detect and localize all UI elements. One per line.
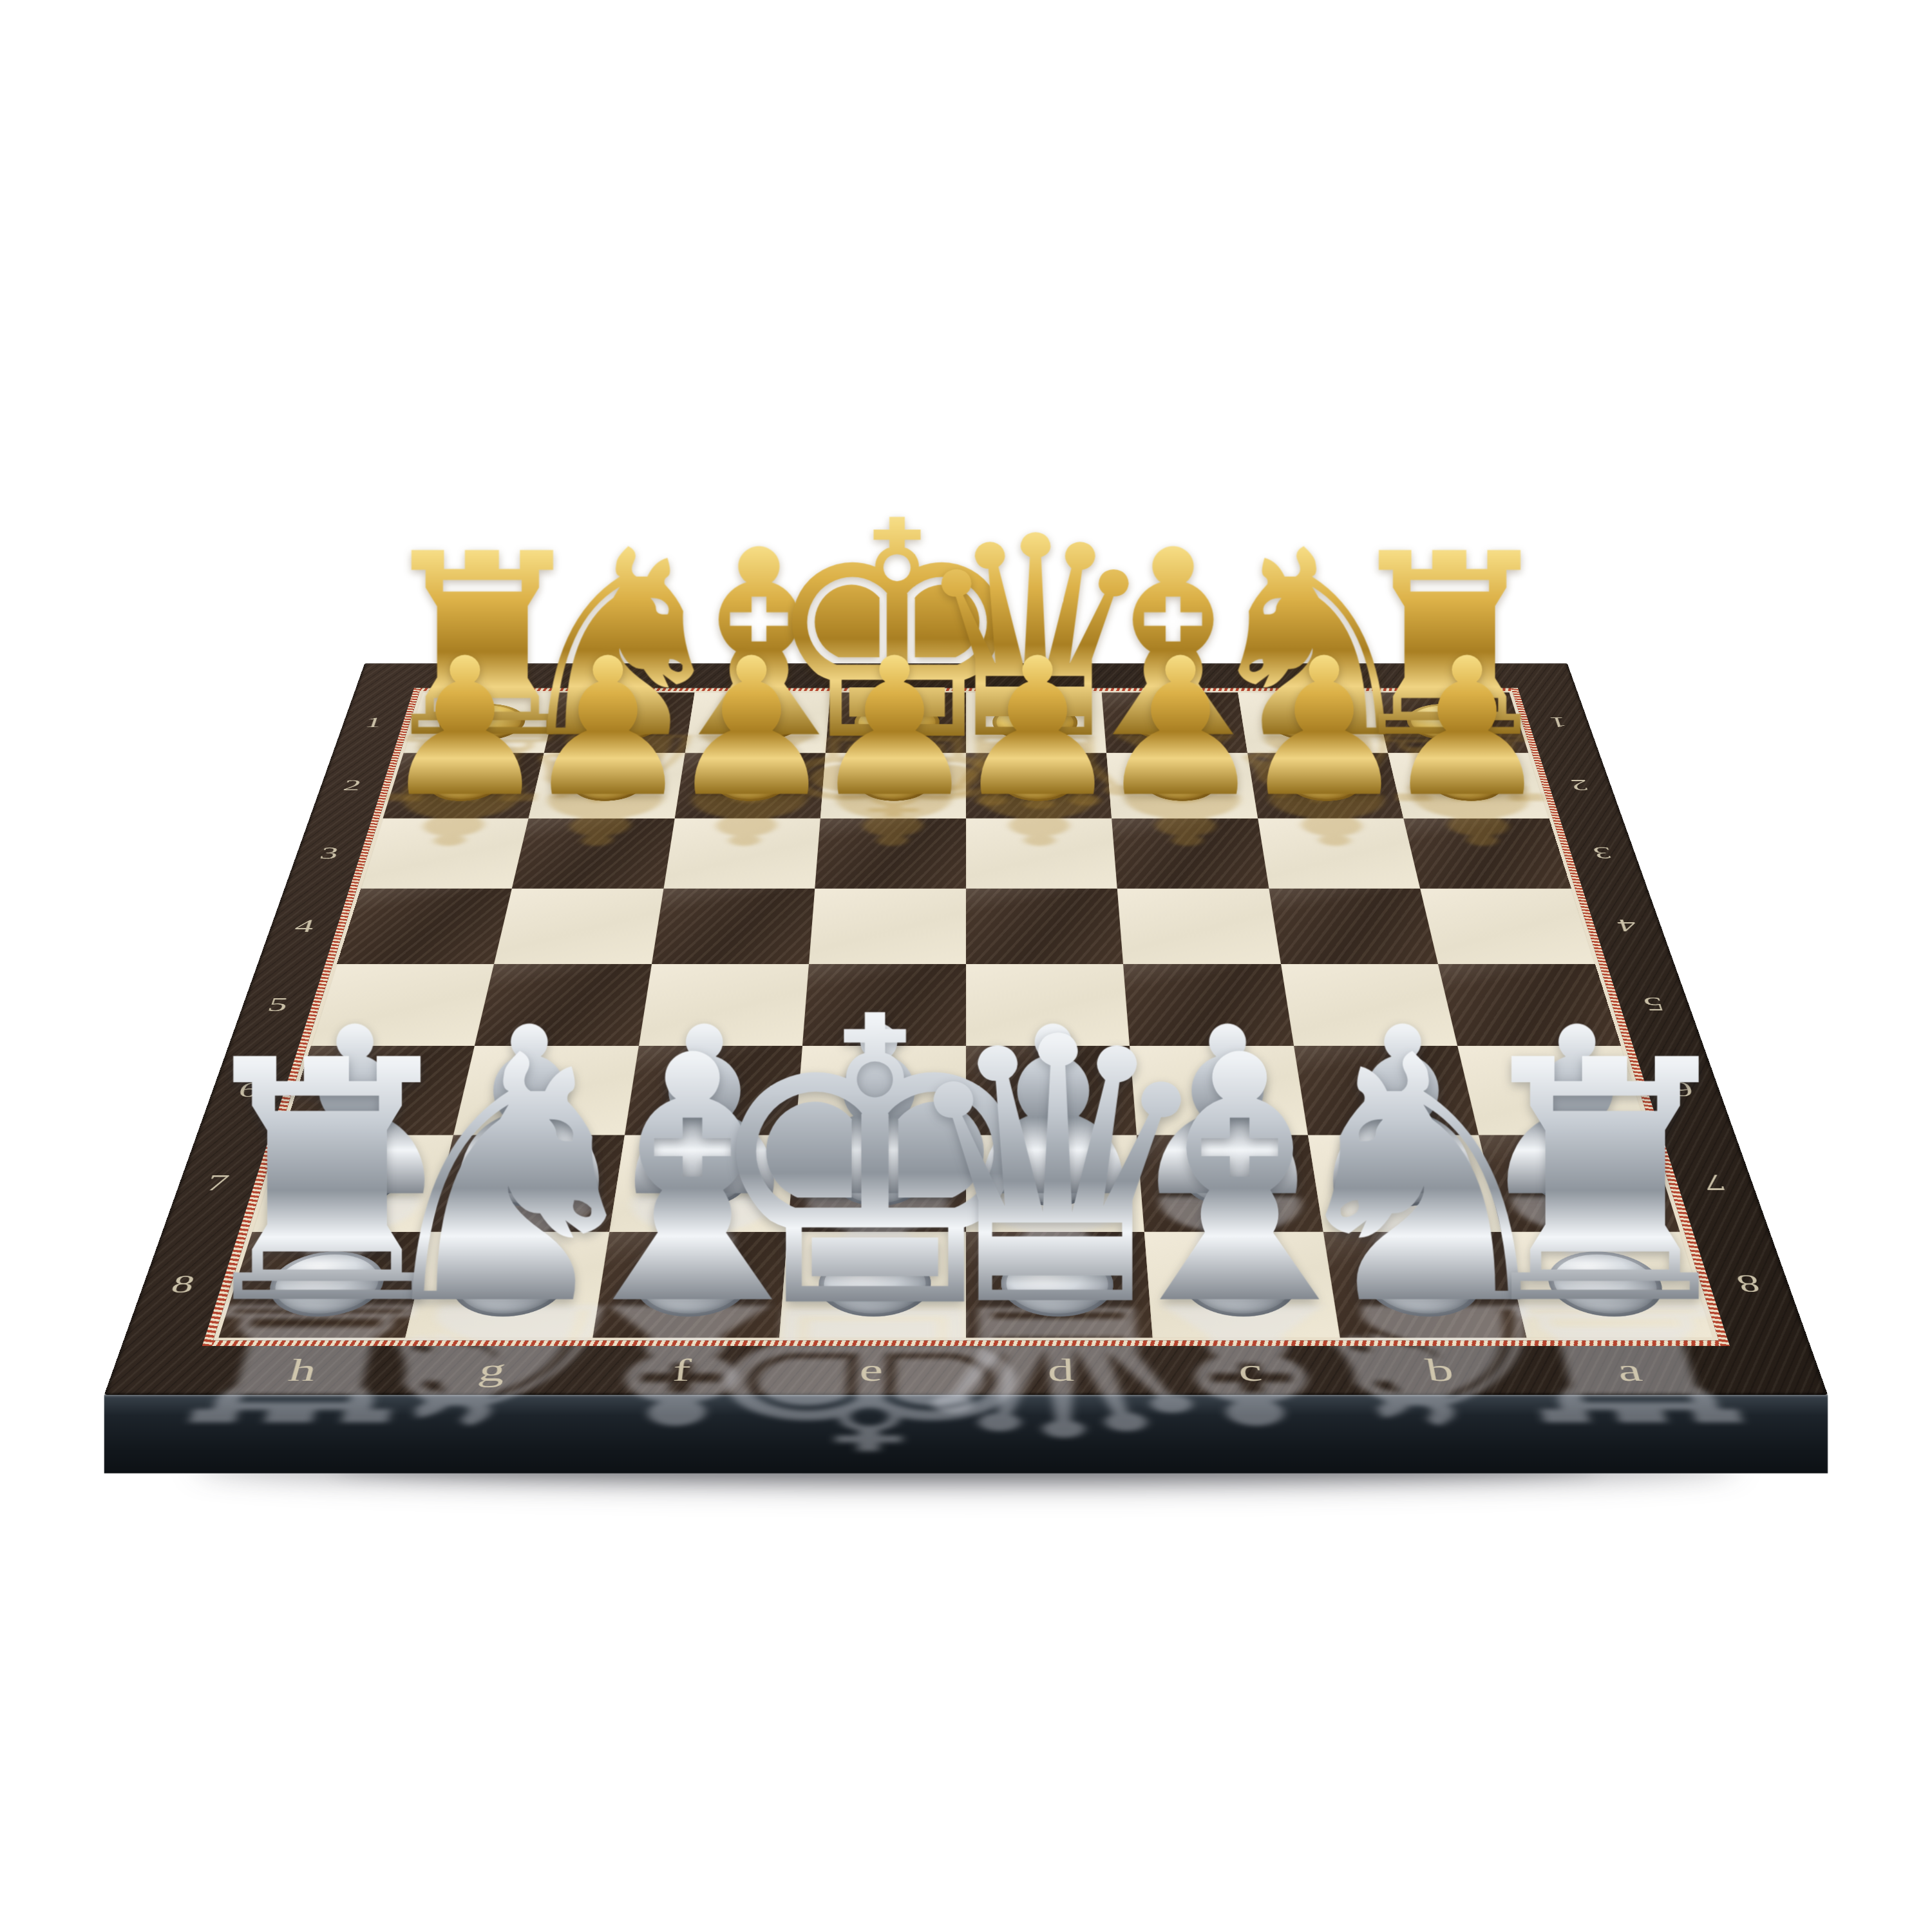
file-label-near-f: f xyxy=(671,1352,693,1388)
square-g2: ♟ xyxy=(529,753,685,818)
product-photo-stage: ♜♞♝♚♛♝♞♜♟♟♟♟♟♟♟♟♟♟♟♟♟♟♟♟♜♞♝♚♛♝♞♜ ♜♞♝♚♛♝♞… xyxy=(0,0,1932,1932)
square-c3 xyxy=(1112,819,1269,889)
square-g3 xyxy=(512,819,674,889)
file-label-near-a: a xyxy=(1612,1352,1645,1388)
square-g4 xyxy=(494,889,663,964)
file-label-near-b: b xyxy=(1423,1352,1456,1388)
file-label-near-c: c xyxy=(1236,1352,1264,1388)
square-a2: ♟ xyxy=(1388,753,1549,818)
square-d2: ♟ xyxy=(966,753,1112,818)
rank-label-right-2: 2 xyxy=(1568,776,1591,794)
board-grid: ♜♞♝♚♛♝♞♜♟♟♟♟♟♟♟♟♟♟♟♟♟♟♟♟♜♞♝♚♛♝♞♜ xyxy=(218,692,1713,1338)
border-ribbon-near xyxy=(202,1341,1730,1347)
rank-label-right-4: 4 xyxy=(1615,915,1640,936)
rank-label-left-3: 3 xyxy=(317,843,341,862)
square-b3 xyxy=(1258,819,1420,889)
square-f2: ♟ xyxy=(674,753,825,818)
pawn-glyph: ♟ xyxy=(1381,633,1552,824)
square-a8: ♜ xyxy=(1501,1232,1713,1338)
rank-label-left-4: 4 xyxy=(292,915,317,936)
square-a4 xyxy=(1420,889,1595,964)
board-front-edge xyxy=(104,1395,1828,1473)
square-b2: ♟ xyxy=(1247,753,1403,818)
square-c4 xyxy=(1117,889,1281,964)
square-f3 xyxy=(663,819,820,889)
rank-label-right-3: 3 xyxy=(1591,843,1615,862)
square-e2: ♟ xyxy=(820,753,966,818)
chessboard-scene: ♜♞♝♚♛♝♞♜♟♟♟♟♟♟♟♟♟♟♟♟♟♟♟♟♜♞♝♚♛♝♞♜ ♜♞♝♚♛♝♞… xyxy=(258,256,1674,1672)
file-label-near-g: g xyxy=(475,1352,509,1388)
square-c2: ♟ xyxy=(1106,753,1257,818)
file-label-near-e: e xyxy=(858,1352,884,1388)
chess-board: ♜♞♝♚♛♝♞♜♟♟♟♟♟♟♟♟♟♟♟♟♟♟♟♟♜♞♝♚♛♝♞♜ ♜♞♝♚♛♝♞… xyxy=(104,663,1828,1395)
square-h3 xyxy=(361,819,529,889)
rank-label-left-2: 2 xyxy=(341,776,364,794)
file-label-near-h: h xyxy=(285,1352,321,1388)
square-a3 xyxy=(1403,819,1571,889)
square-d3 xyxy=(966,819,1117,889)
square-h4 xyxy=(337,889,512,964)
square-b4 xyxy=(1269,889,1438,964)
square-e3 xyxy=(815,819,966,889)
file-label-near-d: d xyxy=(1047,1352,1075,1388)
square-h2: ♟ xyxy=(383,753,544,818)
